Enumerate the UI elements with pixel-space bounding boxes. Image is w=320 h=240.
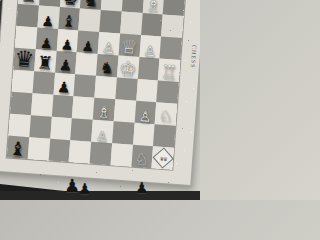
- piece-white-king-f5[interactable]: ♔: [117, 58, 139, 78]
- square-b5[interactable]: ♜: [34, 49, 56, 72]
- square-e4[interactable]: [94, 76, 116, 99]
- square-d4[interactable]: [74, 74, 96, 97]
- square-c5[interactable]: ♟: [55, 51, 77, 74]
- square-a1[interactable]: ♝: [7, 136, 29, 159]
- piece-black-rook-a8[interactable]: ♜: [18, 0, 40, 5]
- square-d2[interactable]: [70, 118, 92, 141]
- square-d1[interactable]: [69, 140, 91, 163]
- square-b2[interactable]: [29, 115, 51, 138]
- square-h4[interactable]: [156, 80, 178, 103]
- piece-white-pawn-e2[interactable]: ♙: [91, 129, 113, 143]
- piece-white-bishop-e3[interactable]: ♗: [93, 104, 115, 121]
- square-c6[interactable]: ♟: [56, 29, 78, 52]
- piece-white-pawn-g3[interactable]: ♙: [134, 109, 156, 124]
- piece-white-bishop-g8[interactable]: ♗: [142, 0, 164, 15]
- square-h5[interactable]: ♖: [158, 58, 180, 81]
- square-a7[interactable]: [16, 4, 38, 27]
- square-f1[interactable]: [110, 143, 132, 166]
- square-a4[interactable]: [12, 70, 34, 93]
- square-d7[interactable]: [79, 9, 101, 32]
- diamond-crowns-emblem: ♛♛: [152, 147, 173, 168]
- square-g2[interactable]: [133, 123, 155, 146]
- logo-crown-glyphs: ♛♛: [159, 155, 166, 161]
- square-h1[interactable]: ♛♛: [152, 146, 174, 169]
- square-f4[interactable]: [115, 77, 137, 100]
- photo-bottom-band: [0, 191, 200, 200]
- square-e7[interactable]: [99, 10, 121, 33]
- square-a5[interactable]: ♛: [13, 48, 35, 71]
- board-brand-text: CHESS: [190, 45, 198, 69]
- piece-black-pawn-b6[interactable]: ♟: [36, 35, 58, 50]
- piece-black-knight-d8[interactable]: ♞: [80, 0, 102, 10]
- piece-black-bishop-a1[interactable]: ♝: [7, 139, 29, 159]
- square-f7[interactable]: [120, 12, 142, 35]
- piece-white-pawn-e6[interactable]: ♙: [98, 40, 120, 55]
- captured-black-pawn-2[interactable]: ♟: [78, 182, 91, 197]
- square-b6[interactable]: ♟: [36, 27, 58, 50]
- square-h7[interactable]: [161, 15, 183, 38]
- square-b4[interactable]: [32, 71, 54, 94]
- square-f3[interactable]: [113, 99, 135, 122]
- square-a3[interactable]: [10, 92, 32, 115]
- square-h3[interactable]: ♘: [155, 102, 177, 125]
- piece-black-pawn-c4[interactable]: ♟: [53, 80, 75, 96]
- square-g8[interactable]: ♗: [142, 0, 164, 15]
- square-f6[interactable]: ♕: [118, 33, 140, 56]
- square-d3[interactable]: [72, 96, 94, 119]
- piece-black-pawn-d6[interactable]: ♟: [77, 38, 99, 53]
- square-g4[interactable]: [136, 79, 158, 102]
- square-h2[interactable]: [153, 124, 175, 147]
- square-b3[interactable]: [31, 93, 53, 116]
- square-d5[interactable]: [75, 52, 97, 75]
- square-b1[interactable]: [27, 137, 49, 160]
- piece-black-rook-b5[interactable]: ♜: [34, 53, 56, 72]
- piece-black-bishop-c7[interactable]: ♝: [58, 13, 80, 30]
- square-g6[interactable]: ♙: [139, 35, 161, 58]
- board-grid: ♜♚♞♗♟♝♟♟♟♙♕♙♛♜♟♞♔♖♟♗♙♘♙♝♘♛♛: [7, 0, 185, 170]
- captured-black-pawn-3[interactable]: ♟: [135, 181, 148, 196]
- piece-black-king-c8[interactable]: ♚: [59, 0, 81, 9]
- piece-white-knight-g1[interactable]: ♘: [131, 151, 153, 168]
- square-f2[interactable]: [112, 121, 134, 144]
- piece-white-pawn-g6[interactable]: ♙: [139, 43, 161, 58]
- square-a2[interactable]: [8, 114, 30, 137]
- piece-black-pawn-c6[interactable]: ♟: [56, 37, 78, 52]
- square-g3[interactable]: ♙: [134, 101, 156, 124]
- square-c3[interactable]: [51, 95, 73, 118]
- piece-black-queen-a5[interactable]: ♛: [13, 48, 35, 71]
- square-c2[interactable]: [50, 117, 72, 140]
- square-e5[interactable]: ♞: [96, 54, 118, 77]
- square-c8[interactable]: ♚: [59, 0, 81, 9]
- square-h6[interactable]: [160, 37, 182, 60]
- square-b7[interactable]: ♟: [37, 5, 59, 28]
- square-g5[interactable]: [137, 57, 159, 80]
- square-e6[interactable]: ♙: [98, 32, 120, 55]
- square-c4[interactable]: ♟: [53, 73, 75, 96]
- square-g7[interactable]: [141, 13, 163, 36]
- piece-white-queen-f6[interactable]: ♕: [118, 36, 140, 56]
- piece-white-rook-h5[interactable]: ♖: [158, 62, 180, 81]
- piece-black-pawn-c5[interactable]: ♟: [55, 58, 77, 74]
- piece-black-pawn-b7[interactable]: ♟: [37, 13, 59, 28]
- square-e2[interactable]: ♙: [91, 120, 113, 143]
- square-g1[interactable]: ♘: [131, 145, 153, 168]
- piece-white-knight-h3[interactable]: ♘: [155, 108, 177, 125]
- square-a8[interactable]: ♜: [18, 0, 40, 5]
- square-e1[interactable]: [90, 142, 112, 165]
- chessboard-photo: { "game": "chess", "scene": "black-and-w…: [0, 0, 200, 200]
- square-e3[interactable]: ♗: [93, 98, 115, 121]
- square-d8[interactable]: ♞: [80, 0, 102, 10]
- square-h8[interactable]: [163, 0, 185, 16]
- piece-black-knight-e5[interactable]: ♞: [96, 60, 118, 77]
- square-d6[interactable]: ♟: [77, 30, 99, 53]
- square-f5[interactable]: ♔: [117, 55, 139, 78]
- square-c1[interactable]: [48, 139, 70, 162]
- chess-board: ♜♚♞♗♟♝♟♟♟♙♕♙♛♜♟♞♔♖♟♗♙♘♙♝♘♛♛ CHESS: [0, 0, 200, 185]
- square-c7[interactable]: ♝: [58, 7, 80, 30]
